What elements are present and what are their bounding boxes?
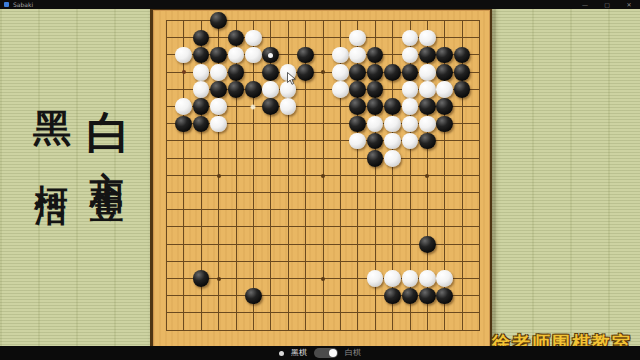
white-player-name: 卞相壹 <box>84 143 130 170</box>
black-stone[interactable] <box>419 98 436 115</box>
white-turn-label: 白棋 <box>345 346 361 360</box>
black-stone[interactable] <box>245 81 262 98</box>
white-stone[interactable] <box>210 64 227 81</box>
mouse-cursor-icon <box>287 71 297 90</box>
black-player-name: 柯洁 <box>28 158 73 174</box>
app-icon <box>4 2 9 7</box>
white-stone[interactable] <box>419 270 436 287</box>
star-point <box>321 277 325 281</box>
black-stone[interactable] <box>297 64 314 81</box>
black-stone[interactable] <box>367 81 384 98</box>
black-stone[interactable] <box>262 64 279 81</box>
black-stone[interactable] <box>436 116 453 133</box>
star-point <box>217 174 221 178</box>
black-stone[interactable] <box>454 81 471 98</box>
black-stone[interactable] <box>262 98 279 115</box>
white-stone[interactable] <box>436 270 453 287</box>
black-stone[interactable] <box>454 64 471 81</box>
black-stone[interactable] <box>210 81 227 98</box>
black-turn-label: 黑棋 <box>291 346 307 360</box>
white-stone[interactable] <box>402 98 419 115</box>
white-stone[interactable] <box>419 64 436 81</box>
black-stone[interactable] <box>349 98 366 115</box>
black-stone[interactable] <box>175 116 192 133</box>
white-stone[interactable] <box>436 81 453 98</box>
black-stone[interactable] <box>228 81 245 98</box>
black-stone[interactable] <box>419 47 436 64</box>
black-stone[interactable] <box>402 64 419 81</box>
white-stone[interactable] <box>419 81 436 98</box>
black-stone[interactable] <box>228 64 245 81</box>
black-stone[interactable] <box>436 288 453 305</box>
title-bar: Sabaki — ▢ ✕ <box>0 0 640 9</box>
black-stone[interactable] <box>419 236 436 253</box>
black-stone[interactable] <box>349 116 366 133</box>
white-stone[interactable] <box>349 30 366 47</box>
white-stone[interactable] <box>245 30 262 47</box>
white-stone[interactable] <box>332 81 349 98</box>
black-stone[interactable] <box>349 64 366 81</box>
white-stone[interactable] <box>419 116 436 133</box>
black-stone[interactable] <box>349 81 366 98</box>
go-board[interactable] <box>150 8 492 360</box>
black-stone[interactable] <box>210 47 227 64</box>
black-stone[interactable] <box>436 64 453 81</box>
color-toggle[interactable] <box>314 348 338 358</box>
white-stone[interactable] <box>384 116 401 133</box>
close-button[interactable]: ✕ <box>618 0 640 9</box>
black-stone[interactable] <box>419 133 436 150</box>
white-stone[interactable] <box>175 98 192 115</box>
white-stone[interactable] <box>419 30 436 47</box>
black-stone[interactable] <box>384 98 401 115</box>
white-stone[interactable] <box>384 133 401 150</box>
white-stone[interactable] <box>210 98 227 115</box>
white-stone[interactable] <box>262 81 279 98</box>
white-stone[interactable] <box>193 81 210 98</box>
star-point <box>321 174 325 178</box>
black-stone[interactable] <box>367 64 384 81</box>
star-point <box>425 174 429 178</box>
screen: Sabaki — ▢ ✕ 黑 柯洁 白 卞相壹 徐老师围棋教室 黑棋 白棋 <box>0 0 640 360</box>
white-stone[interactable] <box>384 270 401 287</box>
white-stone[interactable] <box>332 64 349 81</box>
turn-indicator-icon <box>279 351 284 356</box>
white-stone[interactable] <box>332 47 349 64</box>
white-stone[interactable] <box>384 150 401 167</box>
minimize-button[interactable]: — <box>574 0 596 9</box>
black-stone[interactable] <box>367 150 384 167</box>
black-stone[interactable] <box>436 98 453 115</box>
maximize-button[interactable]: ▢ <box>596 0 618 9</box>
white-stone[interactable] <box>245 47 262 64</box>
taskbar: 黑棋 白棋 <box>0 346 640 360</box>
black-stone[interactable] <box>419 288 436 305</box>
black-stone[interactable] <box>245 288 262 305</box>
window-controls: — ▢ ✕ <box>574 0 640 9</box>
star-point <box>217 277 221 281</box>
white-stone[interactable] <box>402 81 419 98</box>
black-stone[interactable] <box>384 64 401 81</box>
toggle-knob <box>329 349 337 357</box>
black-stone[interactable] <box>297 47 314 64</box>
last-move-marker <box>268 53 273 58</box>
white-stone[interactable] <box>402 270 419 287</box>
app-title: Sabaki <box>13 1 33 8</box>
white-stone[interactable] <box>210 116 227 133</box>
white-stone[interactable] <box>193 64 210 81</box>
black-stone[interactable] <box>384 288 401 305</box>
highlight-marker <box>250 104 256 110</box>
black-stone[interactable] <box>210 12 227 29</box>
